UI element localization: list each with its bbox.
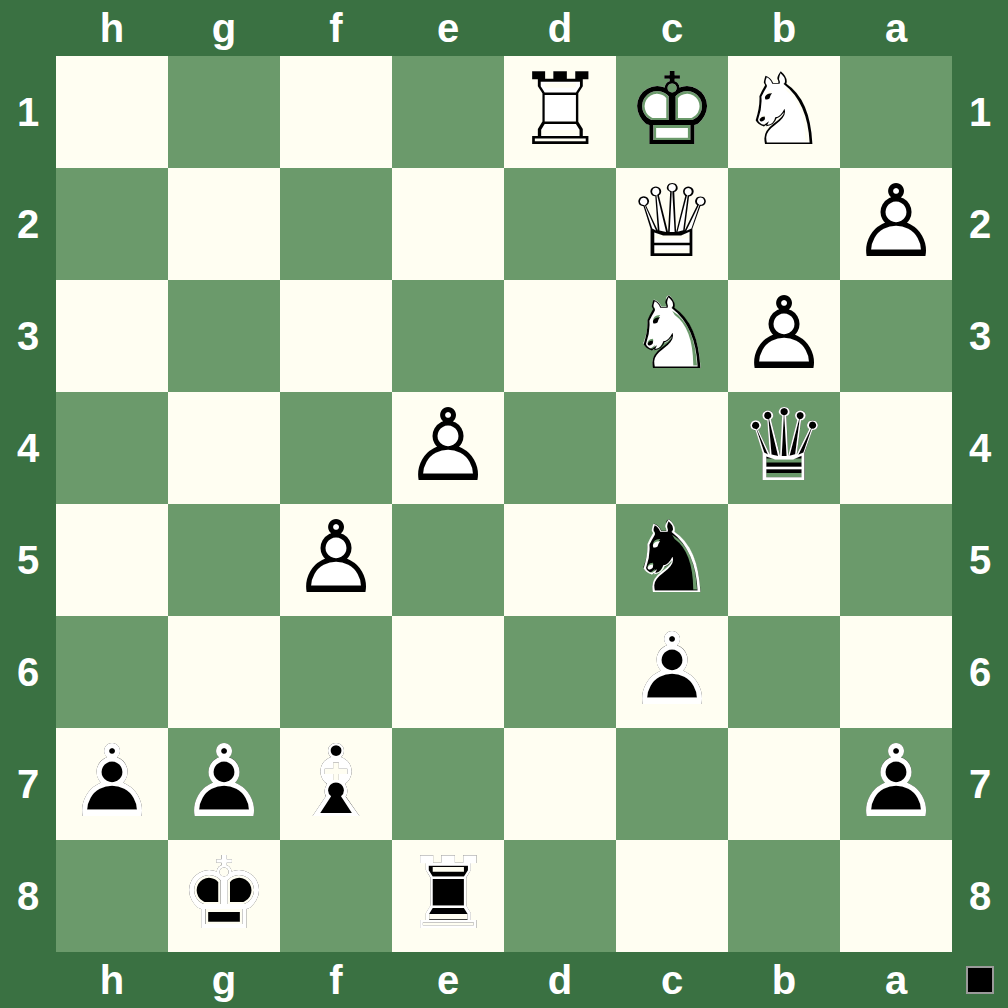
- square-c5[interactable]: ♞♘: [616, 504, 728, 616]
- square-c4[interactable]: [616, 392, 728, 504]
- file-label-top-b: b: [728, 0, 840, 56]
- file-label-bottom-d: d: [504, 952, 616, 1008]
- white-knight-piece[interactable]: ♞♘: [728, 56, 840, 168]
- square-g3[interactable]: [168, 280, 280, 392]
- square-b4[interactable]: ♛♕: [728, 392, 840, 504]
- square-a1[interactable]: [840, 56, 952, 168]
- square-e7[interactable]: [392, 728, 504, 840]
- white-pawn-piece[interactable]: ♟♙: [280, 504, 392, 616]
- file-label-top-e: e: [392, 0, 504, 56]
- black-rook-piece[interactable]: ♜♖: [392, 840, 504, 952]
- rank-label-right-3: 3: [952, 280, 1008, 392]
- black-bishop-piece[interactable]: ♝♗: [280, 728, 392, 840]
- square-a6[interactable]: [840, 616, 952, 728]
- square-e3[interactable]: [392, 280, 504, 392]
- square-g6[interactable]: [168, 616, 280, 728]
- white-knight-piece[interactable]: ♞♘: [616, 280, 728, 392]
- white-pawn-piece[interactable]: ♟♙: [728, 280, 840, 392]
- square-f4[interactable]: [280, 392, 392, 504]
- white-king-piece[interactable]: ♚♔: [616, 56, 728, 168]
- square-d4[interactable]: [504, 392, 616, 504]
- white-queen-piece[interactable]: ♛♕: [616, 168, 728, 280]
- square-h1[interactable]: [56, 56, 168, 168]
- white-pawn-piece[interactable]: ♟♙: [840, 168, 952, 280]
- square-e5[interactable]: [392, 504, 504, 616]
- white-pawn-piece[interactable]: ♟♙: [392, 392, 504, 504]
- square-d5[interactable]: [504, 504, 616, 616]
- rank-label-left-2: 2: [0, 168, 56, 280]
- square-f2[interactable]: [280, 168, 392, 280]
- square-a4[interactable]: [840, 392, 952, 504]
- square-e2[interactable]: [392, 168, 504, 280]
- square-d2[interactable]: [504, 168, 616, 280]
- square-c6[interactable]: ♟♙: [616, 616, 728, 728]
- black-pawn-piece[interactable]: ♟♙: [840, 728, 952, 840]
- file-label-top-h: h: [56, 0, 168, 56]
- square-a3[interactable]: [840, 280, 952, 392]
- square-c7[interactable]: [616, 728, 728, 840]
- square-d3[interactable]: [504, 280, 616, 392]
- file-label-bottom-a: a: [840, 952, 952, 1008]
- rank-label-right-8: 8: [952, 840, 1008, 952]
- rank-label-right-7: 7: [952, 728, 1008, 840]
- square-d6[interactable]: [504, 616, 616, 728]
- square-g5[interactable]: [168, 504, 280, 616]
- square-c8[interactable]: [616, 840, 728, 952]
- file-label-top-d: d: [504, 0, 616, 56]
- square-f1[interactable]: [280, 56, 392, 168]
- black-queen-piece[interactable]: ♛♕: [728, 392, 840, 504]
- square-d1[interactable]: ♜♖: [504, 56, 616, 168]
- square-c2[interactable]: ♛♕: [616, 168, 728, 280]
- rank-label-left-6: 6: [0, 616, 56, 728]
- rank-label-right-6: 6: [952, 616, 1008, 728]
- black-pawn-piece[interactable]: ♟♙: [168, 728, 280, 840]
- file-label-top-f: f: [280, 0, 392, 56]
- square-b7[interactable]: [728, 728, 840, 840]
- square-c3[interactable]: ♞♘: [616, 280, 728, 392]
- square-b2[interactable]: [728, 168, 840, 280]
- square-g8[interactable]: ♚♔: [168, 840, 280, 952]
- square-f7[interactable]: ♝♗: [280, 728, 392, 840]
- chess-board: ♜♖♚♔♞♘♛♕♟♙♞♘♟♙♟♙♛♕♟♙♞♘♟♙♟♙♟♙♝♗♟♙♚♔♜♖: [56, 56, 952, 952]
- file-label-bottom-c: c: [616, 952, 728, 1008]
- file-label-bottom-f: f: [280, 952, 392, 1008]
- file-label-bottom-g: g: [168, 952, 280, 1008]
- square-a5[interactable]: [840, 504, 952, 616]
- rank-label-left-4: 4: [0, 392, 56, 504]
- square-b3[interactable]: ♟♙: [728, 280, 840, 392]
- file-label-top-c: c: [616, 0, 728, 56]
- square-g1[interactable]: [168, 56, 280, 168]
- file-label-top-a: a: [840, 0, 952, 56]
- square-f8[interactable]: [280, 840, 392, 952]
- square-h5[interactable]: [56, 504, 168, 616]
- square-h4[interactable]: [56, 392, 168, 504]
- square-e1[interactable]: [392, 56, 504, 168]
- file-label-bottom-h: h: [56, 952, 168, 1008]
- square-a2[interactable]: ♟♙: [840, 168, 952, 280]
- square-h2[interactable]: [56, 168, 168, 280]
- square-e8[interactable]: ♜♖: [392, 840, 504, 952]
- square-h8[interactable]: [56, 840, 168, 952]
- square-d7[interactable]: [504, 728, 616, 840]
- square-e4[interactable]: ♟♙: [392, 392, 504, 504]
- black-knight-piece[interactable]: ♞♘: [616, 504, 728, 616]
- square-a8[interactable]: [840, 840, 952, 952]
- square-g7[interactable]: ♟♙: [168, 728, 280, 840]
- square-b8[interactable]: [728, 840, 840, 952]
- square-g4[interactable]: [168, 392, 280, 504]
- square-a7[interactable]: ♟♙: [840, 728, 952, 840]
- rank-label-right-1: 1: [952, 56, 1008, 168]
- square-b1[interactable]: ♞♘: [728, 56, 840, 168]
- white-rook-piece[interactable]: ♜♖: [504, 56, 616, 168]
- rank-label-right-5: 5: [952, 504, 1008, 616]
- rank-label-right-2: 2: [952, 168, 1008, 280]
- square-d8[interactable]: [504, 840, 616, 952]
- square-h6[interactable]: [56, 616, 168, 728]
- file-label-bottom-b: b: [728, 952, 840, 1008]
- file-label-bottom-e: e: [392, 952, 504, 1008]
- square-h7[interactable]: ♟♙: [56, 728, 168, 840]
- black-king-piece[interactable]: ♚♔: [168, 840, 280, 952]
- rank-label-left-5: 5: [0, 504, 56, 616]
- rank-label-left-1: 1: [0, 56, 56, 168]
- square-f5[interactable]: ♟♙: [280, 504, 392, 616]
- square-h3[interactable]: [56, 280, 168, 392]
- black-pawn-piece[interactable]: ♟♙: [56, 728, 168, 840]
- black-to-move-indicator: [966, 966, 994, 994]
- rank-label-left-8: 8: [0, 840, 56, 952]
- square-c1[interactable]: ♚♔: [616, 56, 728, 168]
- square-f6[interactable]: [280, 616, 392, 728]
- rank-label-left-7: 7: [0, 728, 56, 840]
- file-label-top-g: g: [168, 0, 280, 56]
- square-g2[interactable]: [168, 168, 280, 280]
- rank-label-right-4: 4: [952, 392, 1008, 504]
- square-b6[interactable]: [728, 616, 840, 728]
- square-b5[interactable]: [728, 504, 840, 616]
- black-pawn-piece[interactable]: ♟♙: [616, 616, 728, 728]
- square-f3[interactable]: [280, 280, 392, 392]
- square-e6[interactable]: [392, 616, 504, 728]
- rank-label-left-3: 3: [0, 280, 56, 392]
- chess-board-frame: ♜♖♚♔♞♘♛♕♟♙♞♘♟♙♟♙♛♕♟♙♞♘♟♙♟♙♟♙♝♗♟♙♚♔♜♖ hhg…: [0, 0, 1008, 1008]
